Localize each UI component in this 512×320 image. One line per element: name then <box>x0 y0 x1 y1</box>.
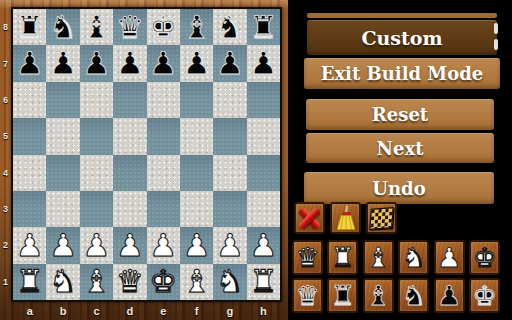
red-x-icon <box>297 206 322 231</box>
rank-label-3: 3 <box>0 191 11 227</box>
file-label-h: h <box>247 302 280 319</box>
black-pawn-piece: ♟ <box>216 48 244 79</box>
square-h5[interactable] <box>247 118 280 154</box>
reset-button[interactable]: Reset <box>306 99 494 130</box>
mini-chessboard-icon <box>369 207 393 230</box>
white-bishop-icon: ♝ <box>366 244 390 271</box>
custom-button[interactable]: Custom <box>307 20 497 55</box>
square-b7[interactable]: ♟ <box>46 45 79 81</box>
white-bishop-piece: ♝ <box>83 266 111 297</box>
square-c5[interactable] <box>80 118 113 154</box>
square-e4[interactable] <box>147 155 180 191</box>
square-f5[interactable] <box>180 118 213 154</box>
square-a6[interactable] <box>13 82 46 118</box>
square-g5[interactable] <box>213 118 246 154</box>
white-rook-palette-tile[interactable]: ♜ <box>327 240 358 275</box>
file-labels: abcdefgh <box>13 302 280 319</box>
black-knight-palette-tile[interactable]: ♞ <box>398 278 429 313</box>
rank-label-2: 2 <box>0 227 11 263</box>
white-pawn-palette-tile[interactable]: ♟ <box>434 240 465 275</box>
black-king-piece: ♚ <box>149 12 177 43</box>
white-queen-palette-tile[interactable]: ♛ <box>292 240 323 275</box>
square-f8[interactable]: ♝ <box>180 9 213 45</box>
black-queen-icon: ♛ <box>295 282 319 309</box>
rank-label-7: 7 <box>0 45 11 81</box>
file-label-a: a <box>13 302 46 319</box>
control-panel: Custom Exit Build Mode Reset Next Undo <box>288 0 512 320</box>
delete-piece-tool[interactable] <box>294 202 325 234</box>
white-king-piece: ♚ <box>149 266 177 297</box>
square-e2[interactable]: ♟ <box>147 227 180 263</box>
black-pawn-palette-tile[interactable]: ♟ <box>434 278 465 313</box>
square-b5[interactable] <box>46 118 79 154</box>
black-pawn-piece: ♟ <box>183 48 211 79</box>
next-button[interactable]: Next <box>306 133 494 163</box>
file-label-g: g <box>213 302 246 319</box>
square-h4[interactable] <box>247 155 280 191</box>
square-f2[interactable]: ♟ <box>180 227 213 263</box>
square-c4[interactable] <box>80 155 113 191</box>
square-d3[interactable] <box>113 191 146 227</box>
white-pawn-piece: ♟ <box>216 230 244 261</box>
square-a4[interactable] <box>13 155 46 191</box>
rank-label-4: 4 <box>0 155 11 191</box>
square-b6[interactable] <box>46 82 79 118</box>
white-pawn-piece: ♟ <box>16 230 44 261</box>
square-g2[interactable]: ♟ <box>213 227 246 263</box>
board-area: 87654321 ♜♞♝♛♚♝♞♜♟♟♟♟♟♟♟♟♟♟♟♟♟♟♟♟♜♞♝♛♚♝♞… <box>0 0 288 320</box>
square-d5[interactable] <box>113 118 146 154</box>
black-bishop-palette-tile[interactable]: ♝ <box>363 278 394 313</box>
square-b1[interactable]: ♞ <box>46 264 79 300</box>
black-bishop-piece: ♝ <box>183 12 211 43</box>
white-knight-icon: ♞ <box>402 244 426 271</box>
file-label-f: f <box>180 302 213 319</box>
square-g8[interactable]: ♞ <box>213 9 246 45</box>
file-label-e: e <box>147 302 180 319</box>
square-h6[interactable] <box>247 82 280 118</box>
undo-button[interactable]: Undo <box>304 172 494 204</box>
white-king-icon: ♚ <box>472 244 496 271</box>
square-c1[interactable]: ♝ <box>80 264 113 300</box>
white-knight-piece: ♞ <box>49 266 77 297</box>
white-king-palette-tile[interactable]: ♚ <box>469 240 500 275</box>
white-knight-palette-tile[interactable]: ♞ <box>398 240 429 275</box>
square-e5[interactable] <box>147 118 180 154</box>
white-pawn-piece: ♟ <box>83 230 111 261</box>
square-g4[interactable] <box>213 155 246 191</box>
square-c6[interactable] <box>80 82 113 118</box>
square-e3[interactable] <box>147 191 180 227</box>
square-e8[interactable]: ♚ <box>147 9 180 45</box>
black-pawn-piece: ♟ <box>49 48 77 79</box>
square-b8[interactable]: ♞ <box>46 9 79 45</box>
square-f7[interactable]: ♟ <box>180 45 213 81</box>
square-a7[interactable]: ♟ <box>13 45 46 81</box>
rank-labels: 87654321 <box>0 9 11 300</box>
exit-build-mode-button[interactable]: Exit Build Mode <box>304 58 500 89</box>
square-d4[interactable] <box>113 155 146 191</box>
black-queen-piece: ♛ <box>116 12 144 43</box>
rank-label-5: 5 <box>0 118 11 154</box>
black-king-icon: ♚ <box>472 282 496 309</box>
scrollbar[interactable] <box>494 23 498 50</box>
square-d2[interactable]: ♟ <box>113 227 146 263</box>
square-h8[interactable]: ♜ <box>247 9 280 45</box>
black-queen-palette-tile[interactable]: ♛ <box>292 278 323 313</box>
rank-label-1: 1 <box>0 264 11 300</box>
black-rook-piece: ♜ <box>249 12 277 43</box>
rank-label-8: 8 <box>0 9 11 45</box>
black-pawn-piece: ♟ <box>16 48 44 79</box>
black-pawn-icon: ♟ <box>437 282 461 309</box>
white-pawn-piece: ♟ <box>183 230 211 261</box>
white-bishop-piece: ♝ <box>183 266 211 297</box>
square-f4[interactable] <box>180 155 213 191</box>
square-f3[interactable] <box>180 191 213 227</box>
square-b4[interactable] <box>46 155 79 191</box>
square-h3[interactable] <box>247 191 280 227</box>
square-d1[interactable]: ♛ <box>113 264 146 300</box>
square-a3[interactable] <box>13 191 46 227</box>
square-b2[interactable]: ♟ <box>46 227 79 263</box>
square-c8[interactable]: ♝ <box>80 9 113 45</box>
square-e7[interactable]: ♟ <box>147 45 180 81</box>
black-pawn-piece: ♟ <box>116 48 144 79</box>
chess-app-screen: 87654321 ♜♞♝♛♚♝♞♜♟♟♟♟♟♟♟♟♟♟♟♟♟♟♟♟♜♞♝♛♚♝♞… <box>0 0 512 320</box>
square-a5[interactable] <box>13 118 46 154</box>
white-pawn-piece: ♟ <box>49 230 77 261</box>
square-h1[interactable]: ♜ <box>247 264 280 300</box>
square-g7[interactable]: ♟ <box>213 45 246 81</box>
black-pawn-piece: ♟ <box>83 48 111 79</box>
square-f1[interactable]: ♝ <box>180 264 213 300</box>
scrolled-button-partial[interactable] <box>307 13 497 18</box>
square-f6[interactable] <box>180 82 213 118</box>
square-b3[interactable] <box>46 191 79 227</box>
square-c3[interactable] <box>80 191 113 227</box>
file-label-b: b <box>46 302 79 319</box>
white-rook-piece: ♜ <box>249 266 277 297</box>
square-e1[interactable]: ♚ <box>147 264 180 300</box>
white-pawn-piece: ♟ <box>116 230 144 261</box>
square-g6[interactable] <box>213 82 246 118</box>
white-bishop-palette-tile[interactable]: ♝ <box>363 240 394 275</box>
white-pawn-piece: ♟ <box>249 230 277 261</box>
square-a2[interactable]: ♟ <box>13 227 46 263</box>
broom-icon <box>334 205 358 231</box>
square-d8[interactable]: ♛ <box>113 9 146 45</box>
rank-label-6: 6 <box>0 82 11 118</box>
black-pawn-piece: ♟ <box>249 48 277 79</box>
clear-board-tool[interactable] <box>330 202 361 234</box>
black-rook-palette-tile[interactable]: ♜ <box>327 278 358 313</box>
black-knight-piece: ♞ <box>49 12 77 43</box>
board-squares: ♜♞♝♛♚♝♞♜♟♟♟♟♟♟♟♟♟♟♟♟♟♟♟♟♜♞♝♛♚♝♞♜ <box>13 9 280 300</box>
white-pawn-icon: ♟ <box>437 244 461 271</box>
square-c7[interactable]: ♟ <box>80 45 113 81</box>
square-a8[interactable]: ♜ <box>13 9 46 45</box>
square-c2[interactable]: ♟ <box>80 227 113 263</box>
square-d6[interactable] <box>113 82 146 118</box>
black-rook-icon: ♜ <box>331 282 355 309</box>
white-queen-icon: ♛ <box>295 244 319 271</box>
white-queen-piece: ♛ <box>116 266 144 297</box>
square-g3[interactable] <box>213 191 246 227</box>
black-knight-icon: ♞ <box>402 282 426 309</box>
white-knight-piece: ♞ <box>216 266 244 297</box>
file-label-d: d <box>113 302 146 319</box>
black-king-palette-tile[interactable]: ♚ <box>469 278 500 313</box>
file-label-c: c <box>80 302 113 319</box>
square-g1[interactable]: ♞ <box>213 264 246 300</box>
black-pawn-piece: ♟ <box>149 48 177 79</box>
black-knight-piece: ♞ <box>216 12 244 43</box>
black-bishop-piece: ♝ <box>83 12 111 43</box>
starting-position-tool[interactable] <box>366 202 397 234</box>
black-bishop-icon: ♝ <box>366 282 390 309</box>
square-h2[interactable]: ♟ <box>247 227 280 263</box>
white-rook-piece: ♜ <box>16 266 44 297</box>
white-pawn-piece: ♟ <box>149 230 177 261</box>
black-rook-piece: ♜ <box>16 12 44 43</box>
square-d7[interactable]: ♟ <box>113 45 146 81</box>
square-e6[interactable] <box>147 82 180 118</box>
square-a1[interactable]: ♜ <box>13 264 46 300</box>
white-rook-icon: ♜ <box>331 244 355 271</box>
square-h7[interactable]: ♟ <box>247 45 280 81</box>
